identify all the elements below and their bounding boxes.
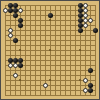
black-stone[interactable] [78, 23, 83, 28]
black-stone[interactable] [78, 18, 83, 23]
black-stone[interactable] [78, 3, 83, 8]
white-stone[interactable] [3, 8, 8, 13]
white-stone[interactable] [83, 13, 88, 18]
white-stone[interactable] [8, 33, 13, 38]
white-stone[interactable] [88, 18, 93, 23]
black-stone[interactable] [18, 23, 23, 28]
white-stone[interactable] [8, 28, 13, 33]
white-stone[interactable] [83, 18, 88, 23]
white-stone[interactable] [18, 8, 23, 13]
black-stone[interactable] [18, 18, 23, 23]
black-stone[interactable] [18, 58, 23, 63]
black-stone[interactable] [8, 58, 13, 63]
black-stone[interactable] [78, 28, 83, 33]
black-stone[interactable] [13, 58, 18, 63]
white-stone[interactable] [83, 78, 88, 83]
black-stone[interactable] [13, 8, 18, 13]
black-stone[interactable] [78, 8, 83, 13]
black-stone[interactable] [88, 88, 93, 93]
black-stone[interactable] [78, 13, 83, 18]
white-stone[interactable] [83, 3, 88, 8]
black-stone[interactable] [93, 28, 98, 33]
black-stone[interactable] [8, 8, 13, 13]
black-stone[interactable] [13, 13, 18, 18]
board-intersections[interactable] [3, 3, 98, 98]
white-stone[interactable] [13, 73, 18, 78]
black-stone[interactable] [18, 63, 23, 68]
white-stone[interactable] [83, 88, 88, 93]
go-board[interactable] [0, 0, 100, 100]
white-stone[interactable] [8, 63, 13, 68]
white-stone[interactable] [13, 63, 18, 68]
black-stone[interactable] [8, 3, 13, 8]
white-stone[interactable] [43, 83, 48, 88]
black-stone[interactable] [13, 3, 18, 8]
black-stone[interactable] [88, 68, 93, 73]
black-stone[interactable] [48, 13, 53, 18]
white-stone[interactable] [83, 23, 88, 28]
black-stone[interactable] [13, 38, 18, 43]
black-stone[interactable] [88, 83, 93, 88]
white-stone[interactable] [83, 8, 88, 13]
